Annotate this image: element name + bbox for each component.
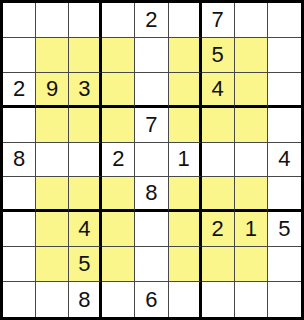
cell-r6c1[interactable] [3,177,36,212]
cell-r1c1[interactable] [3,3,36,38]
cell-r7c8[interactable]: 1 [235,212,268,247]
cell-r9c3[interactable]: 8 [69,282,102,317]
cell-r1c8[interactable] [235,3,268,38]
cell-r9c2[interactable] [36,282,69,317]
cell-r8c6[interactable] [169,247,202,282]
cell-r9c9[interactable] [268,282,301,317]
cell-r8c7[interactable] [202,247,235,282]
cell-r3c5[interactable] [135,73,168,108]
cell-r5c5[interactable] [135,143,168,178]
cell-r4c2[interactable] [36,108,69,143]
cell-r6c9[interactable] [268,177,301,212]
cell-r2c4[interactable] [102,38,135,73]
cell-r6c5[interactable]: 8 [135,177,168,212]
cell-r9c5[interactable]: 6 [135,282,168,317]
cell-r7c4[interactable] [102,212,135,247]
cell-r4c1[interactable] [3,108,36,143]
cell-r6c8[interactable] [235,177,268,212]
cell-r2c2[interactable] [36,38,69,73]
cell-r5c3[interactable] [69,143,102,178]
cell-r1c2[interactable] [36,3,69,38]
cell-r3c3[interactable]: 3 [69,73,102,108]
cell-r3c7[interactable]: 4 [202,73,235,108]
cell-r6c6[interactable] [169,177,202,212]
cell-r2c5[interactable] [135,38,168,73]
cell-r2c3[interactable] [69,38,102,73]
cell-r7c7[interactable]: 2 [202,212,235,247]
cell-r4c3[interactable] [69,108,102,143]
cell-r2c1[interactable] [3,38,36,73]
cell-r1c9[interactable] [268,3,301,38]
cell-r4c8[interactable] [235,108,268,143]
cell-r3c4[interactable] [102,73,135,108]
cell-r3c1[interactable]: 2 [3,73,36,108]
cell-r9c1[interactable] [3,282,36,317]
cell-r1c3[interactable] [69,3,102,38]
cell-r9c6[interactable] [169,282,202,317]
cell-r1c6[interactable] [169,3,202,38]
cell-r1c5[interactable]: 2 [135,3,168,38]
cell-r5c6[interactable]: 1 [169,143,202,178]
cell-r8c9[interactable] [268,247,301,282]
cell-r7c6[interactable] [169,212,202,247]
cell-r7c9[interactable]: 5 [268,212,301,247]
cell-r1c4[interactable] [102,3,135,38]
sudoku-board: 27529347821484215586 [0,0,304,320]
cell-r4c4[interactable] [102,108,135,143]
cell-r2c6[interactable] [169,38,202,73]
cell-r6c3[interactable] [69,177,102,212]
cell-r8c4[interactable] [102,247,135,282]
cell-r8c5[interactable] [135,247,168,282]
cell-r9c7[interactable] [202,282,235,317]
cell-r4c6[interactable] [169,108,202,143]
cell-r3c9[interactable] [268,73,301,108]
cell-r2c7[interactable]: 5 [202,38,235,73]
cell-r5c7[interactable] [202,143,235,178]
cell-r8c8[interactable] [235,247,268,282]
cell-r3c6[interactable] [169,73,202,108]
cell-r7c5[interactable] [135,212,168,247]
cell-r8c3[interactable]: 5 [69,247,102,282]
cell-r4c5[interactable]: 7 [135,108,168,143]
cell-r1c7[interactable]: 7 [202,3,235,38]
cell-r2c8[interactable] [235,38,268,73]
cell-r7c3[interactable]: 4 [69,212,102,247]
cell-r4c7[interactable] [202,108,235,143]
cell-r8c1[interactable] [3,247,36,282]
cell-r9c8[interactable] [235,282,268,317]
cell-r7c1[interactable] [3,212,36,247]
cell-r6c2[interactable] [36,177,69,212]
cell-r5c1[interactable]: 8 [3,143,36,178]
cell-r5c8[interactable] [235,143,268,178]
cell-r7c2[interactable] [36,212,69,247]
cell-r4c9[interactable] [268,108,301,143]
cell-r6c7[interactable] [202,177,235,212]
cell-r5c2[interactable] [36,143,69,178]
cell-r6c4[interactable] [102,177,135,212]
cell-r9c4[interactable] [102,282,135,317]
cell-r3c8[interactable] [235,73,268,108]
cell-r2c9[interactable] [268,38,301,73]
cell-r8c2[interactable] [36,247,69,282]
cell-r5c9[interactable]: 4 [268,143,301,178]
cell-r3c2[interactable]: 9 [36,73,69,108]
cell-r5c4[interactable]: 2 [102,143,135,178]
